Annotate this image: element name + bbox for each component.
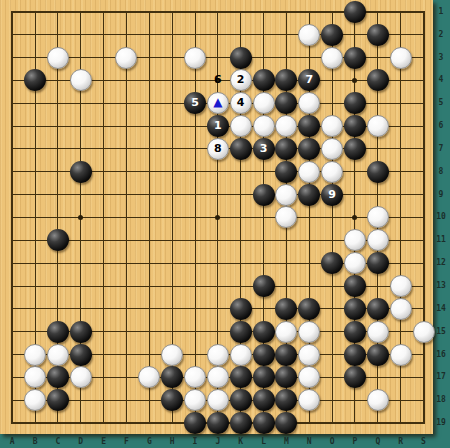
- star-point: [215, 78, 220, 83]
- row-coordinate-label: 2: [434, 30, 448, 39]
- white-stone: [275, 206, 297, 228]
- black-stone: [344, 366, 366, 388]
- column-coordinate-label: C: [51, 437, 65, 446]
- black-stone: [344, 298, 366, 320]
- white-stone: [321, 138, 343, 160]
- column-coordinate-label: A: [5, 437, 19, 446]
- column-coordinate-label: N: [302, 437, 316, 446]
- column-coordinate-label: P: [348, 437, 362, 446]
- go-diagram: 123456789▲ 12345678910111213141516171819…: [0, 0, 450, 448]
- row-coordinate-label: 7: [434, 144, 448, 153]
- row-coordinate-label: 19: [434, 418, 448, 427]
- black-stone: [344, 1, 366, 23]
- black-stone: [253, 344, 275, 366]
- row-coordinates-band: 12345678910111213141516171819: [433, 0, 450, 448]
- black-stone: [253, 366, 275, 388]
- white-stone: [184, 366, 206, 388]
- black-stone: [367, 252, 389, 274]
- white-stone: [47, 344, 69, 366]
- black-stone: [275, 412, 297, 434]
- black-stone: [275, 344, 297, 366]
- column-coordinate-label: S: [417, 437, 431, 446]
- black-stone: [253, 412, 275, 434]
- white-stone: [390, 344, 412, 366]
- white-stone: [184, 389, 206, 411]
- white-stone: [70, 69, 92, 91]
- black-stone: [367, 161, 389, 183]
- black-stone: [321, 184, 343, 206]
- black-stone: [70, 321, 92, 343]
- column-coordinate-label: R: [394, 437, 408, 446]
- black-stone: [253, 69, 275, 91]
- black-stone: [275, 92, 297, 114]
- white-stone: [138, 366, 160, 388]
- black-stone: [207, 115, 229, 137]
- white-stone: [321, 161, 343, 183]
- row-coordinate-label: 3: [434, 53, 448, 62]
- white-stone: [367, 206, 389, 228]
- white-stone: [275, 321, 297, 343]
- black-stone: [230, 389, 252, 411]
- white-stone: [298, 366, 320, 388]
- black-stone: [367, 298, 389, 320]
- white-stone: [24, 344, 46, 366]
- black-stone: [70, 344, 92, 366]
- white-stone: [344, 229, 366, 251]
- black-stone: [230, 412, 252, 434]
- white-stone: [298, 389, 320, 411]
- white-stone: [207, 389, 229, 411]
- row-coordinate-label: 13: [434, 281, 448, 290]
- black-stone: [230, 321, 252, 343]
- white-stone: [275, 115, 297, 137]
- black-stone: [321, 252, 343, 274]
- black-stone: [275, 138, 297, 160]
- black-stone: [344, 138, 366, 160]
- black-stone: [367, 344, 389, 366]
- black-stone: [344, 115, 366, 137]
- white-stone: [390, 47, 412, 69]
- white-stone: [367, 389, 389, 411]
- black-stone: [298, 115, 320, 137]
- star-point: [215, 215, 220, 220]
- black-stone: [367, 69, 389, 91]
- black-stone: [275, 298, 297, 320]
- black-stone: [47, 366, 69, 388]
- white-stone: [161, 344, 183, 366]
- white-stone: [275, 184, 297, 206]
- column-coordinate-label: I: [188, 437, 202, 446]
- white-stone: [298, 321, 320, 343]
- column-coordinate-label: L: [257, 437, 271, 446]
- black-stone: [367, 24, 389, 46]
- white-stone: [253, 92, 275, 114]
- row-coordinate-label: 6: [434, 121, 448, 130]
- black-stone: [275, 366, 297, 388]
- grid-vertical-line: [423, 11, 425, 424]
- white-stone: [321, 115, 343, 137]
- white-stone: [367, 321, 389, 343]
- black-stone: [321, 24, 343, 46]
- go-board[interactable]: 123456789▲: [0, 0, 433, 434]
- column-coordinate-label: E: [97, 437, 111, 446]
- white-stone: [47, 47, 69, 69]
- white-stone: [115, 47, 137, 69]
- white-stone: [413, 321, 435, 343]
- white-stone: [24, 389, 46, 411]
- row-coordinate-label: 15: [434, 327, 448, 336]
- black-stone: [207, 412, 229, 434]
- white-stone: [230, 92, 252, 114]
- black-stone: [344, 344, 366, 366]
- star-point: [352, 215, 357, 220]
- column-coordinate-label: B: [28, 437, 42, 446]
- row-coordinate-label: 14: [434, 304, 448, 313]
- black-stone: [344, 92, 366, 114]
- black-stone: [184, 92, 206, 114]
- row-coordinate-label: 8: [434, 167, 448, 176]
- black-stone: [70, 161, 92, 183]
- black-stone: [161, 366, 183, 388]
- white-stone: [298, 92, 320, 114]
- white-stone: [70, 366, 92, 388]
- white-stone: [390, 275, 412, 297]
- column-coordinate-label: J: [211, 437, 225, 446]
- row-coordinate-label: 10: [434, 212, 448, 221]
- column-coordinate-label: D: [74, 437, 88, 446]
- black-stone: [253, 138, 275, 160]
- black-stone: [344, 321, 366, 343]
- black-stone: [47, 321, 69, 343]
- row-coordinate-label: 17: [434, 372, 448, 381]
- star-point: [352, 78, 357, 83]
- white-stone: [321, 47, 343, 69]
- black-stone: [24, 69, 46, 91]
- white-stone: [344, 252, 366, 274]
- black-stone: [230, 298, 252, 320]
- white-stone: [207, 138, 229, 160]
- column-coordinates-band: ABCDEFGHIJKLMNOPQRS: [0, 434, 450, 448]
- black-stone: [275, 161, 297, 183]
- white-stone: [367, 115, 389, 137]
- row-coordinate-label: 11: [434, 235, 448, 244]
- black-stone: [344, 47, 366, 69]
- black-stone: [47, 389, 69, 411]
- white-stone: [298, 344, 320, 366]
- row-coordinate-label: 9: [434, 190, 448, 199]
- column-coordinate-label: F: [119, 437, 133, 446]
- black-stone: [230, 366, 252, 388]
- white-stone: [253, 115, 275, 137]
- row-coordinate-label: 16: [434, 350, 448, 359]
- white-stone: [298, 161, 320, 183]
- white-stone: [390, 298, 412, 320]
- black-stone: [161, 389, 183, 411]
- column-coordinate-label: O: [325, 437, 339, 446]
- white-stone: [298, 24, 320, 46]
- black-stone: [47, 229, 69, 251]
- black-stone: [230, 47, 252, 69]
- row-coordinate-label: 5: [434, 98, 448, 107]
- black-stone: [184, 412, 206, 434]
- white-stone: [24, 366, 46, 388]
- star-point: [78, 215, 83, 220]
- column-coordinate-label: G: [142, 437, 156, 446]
- black-stone: [253, 184, 275, 206]
- black-stone: [344, 275, 366, 297]
- row-coordinate-label: 4: [434, 75, 448, 84]
- white-stone: [207, 92, 229, 114]
- white-stone: [184, 47, 206, 69]
- black-stone: [253, 321, 275, 343]
- black-stone: [298, 184, 320, 206]
- black-stone: [298, 298, 320, 320]
- column-coordinate-label: K: [234, 437, 248, 446]
- white-stone: [230, 115, 252, 137]
- row-coordinate-label: 12: [434, 258, 448, 267]
- black-stone: [230, 138, 252, 160]
- white-stone: [207, 366, 229, 388]
- black-stone: [298, 138, 320, 160]
- row-coordinate-label: 1: [434, 7, 448, 16]
- black-stone: [275, 389, 297, 411]
- black-stone: [298, 69, 320, 91]
- column-coordinate-label: Q: [371, 437, 385, 446]
- white-stone: [230, 344, 252, 366]
- white-stone: [367, 229, 389, 251]
- column-coordinate-label: M: [279, 437, 293, 446]
- column-coordinate-label: H: [165, 437, 179, 446]
- black-stone: [253, 389, 275, 411]
- white-stone: [230, 69, 252, 91]
- grid-vertical-line: [332, 11, 333, 424]
- black-stone: [275, 69, 297, 91]
- black-stone: [253, 275, 275, 297]
- white-stone: [207, 344, 229, 366]
- row-coordinate-label: 18: [434, 395, 448, 404]
